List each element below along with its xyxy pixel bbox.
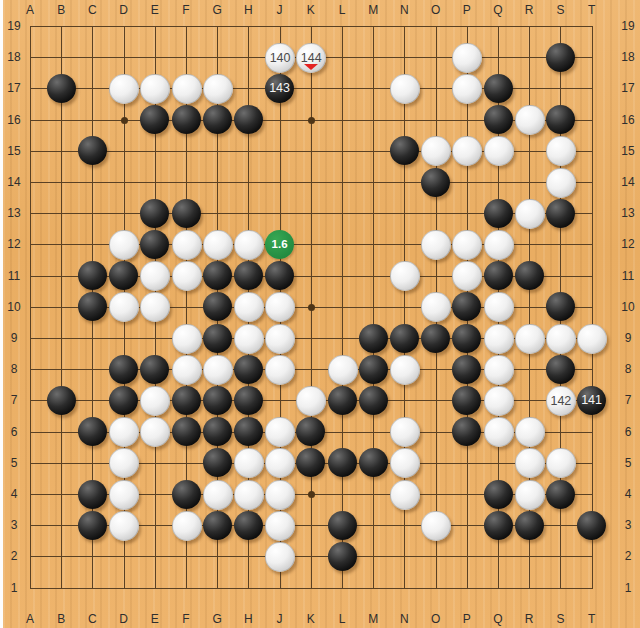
black-stone[interactable]	[484, 511, 513, 540]
white-stone[interactable]	[172, 355, 202, 385]
coordinate-label: 3	[11, 519, 18, 531]
black-stone[interactable]	[328, 386, 357, 415]
white-stone[interactable]	[265, 511, 295, 541]
black-stone[interactable]	[140, 199, 169, 228]
black-stone[interactable]	[452, 386, 481, 415]
white-stone[interactable]	[421, 292, 451, 322]
black-stone[interactable]	[546, 199, 575, 228]
coordinate-label: K	[307, 4, 315, 16]
white-stone[interactable]	[421, 136, 451, 166]
black-stone[interactable]	[296, 448, 325, 477]
black-stone[interactable]	[234, 355, 263, 384]
coordinate-label: 8	[625, 363, 632, 375]
grid-line	[592, 26, 593, 589]
move-number-label: 141	[581, 393, 602, 407]
black-stone[interactable]	[172, 386, 201, 415]
black-stone[interactable]: 143	[265, 74, 294, 103]
coordinate-label: G	[213, 4, 222, 16]
coordinate-label: P	[463, 613, 471, 625]
black-stone[interactable]	[234, 386, 263, 415]
coordinate-label: Q	[493, 4, 502, 16]
white-stone[interactable]	[203, 480, 233, 510]
star-point	[308, 491, 315, 498]
black-stone[interactable]	[203, 386, 232, 415]
black-stone[interactable]	[140, 230, 169, 259]
coordinate-label: 19	[7, 20, 20, 32]
black-stone[interactable]	[421, 168, 450, 197]
white-stone[interactable]	[390, 480, 420, 510]
black-stone[interactable]	[78, 261, 107, 290]
white-stone[interactable]	[421, 511, 451, 541]
black-stone[interactable]	[78, 511, 107, 540]
black-stone[interactable]	[359, 386, 388, 415]
white-stone[interactable]	[140, 261, 170, 291]
white-stone[interactable]	[203, 355, 233, 385]
white-stone[interactable]	[484, 386, 514, 416]
black-stone[interactable]	[140, 355, 169, 384]
white-stone[interactable]	[515, 324, 545, 354]
coordinate-label: 15	[7, 145, 20, 157]
coordinate-label: R	[525, 4, 534, 16]
black-stone[interactable]	[203, 292, 232, 321]
coordinate-label: 18	[7, 51, 20, 63]
white-stone[interactable]	[421, 230, 451, 260]
coordinate-label: 12	[7, 238, 20, 250]
black-stone[interactable]	[203, 511, 232, 540]
black-stone[interactable]	[546, 105, 575, 134]
white-stone[interactable]	[109, 448, 139, 478]
coordinate-label: J	[277, 4, 283, 16]
white-stone[interactable]	[484, 355, 514, 385]
black-stone[interactable]	[203, 261, 232, 290]
coordinate-label: O	[431, 4, 440, 16]
coordinate-label: M	[368, 4, 378, 16]
coordinate-label: 10	[621, 301, 634, 313]
black-stone[interactable]	[577, 511, 606, 540]
black-stone[interactable]	[359, 355, 388, 384]
black-stone[interactable]	[421, 324, 450, 353]
coordinate-label: N	[400, 613, 409, 625]
white-stone[interactable]	[109, 230, 139, 260]
black-stone[interactable]	[546, 292, 575, 321]
black-stone[interactable]	[484, 261, 513, 290]
black-stone[interactable]	[359, 448, 388, 477]
coordinate-label: 5	[11, 457, 18, 469]
black-stone[interactable]	[172, 417, 201, 446]
coordinate-label: 1	[11, 582, 18, 594]
coordinate-label: 16	[621, 114, 634, 126]
black-stone[interactable]	[515, 261, 544, 290]
white-stone[interactable]	[546, 168, 576, 198]
black-stone[interactable]	[172, 199, 201, 228]
black-stone[interactable]	[359, 324, 388, 353]
white-stone[interactable]	[172, 74, 202, 104]
coordinate-label: H	[244, 613, 253, 625]
coordinate-label: Q	[493, 613, 502, 625]
white-stone[interactable]	[109, 511, 139, 541]
black-stone[interactable]	[484, 480, 513, 509]
black-stone[interactable]	[546, 43, 575, 72]
white-stone[interactable]	[390, 417, 420, 447]
black-stone[interactable]	[78, 417, 107, 446]
coordinate-label: E	[151, 613, 159, 625]
grid-line	[61, 26, 62, 589]
coordinate-label: D	[119, 4, 128, 16]
coordinate-label: F	[182, 613, 189, 625]
black-stone[interactable]	[296, 417, 325, 446]
black-stone[interactable]	[452, 417, 481, 446]
white-stone[interactable]	[515, 199, 545, 229]
black-stone[interactable]	[203, 105, 232, 134]
black-stone[interactable]	[109, 355, 138, 384]
black-stone[interactable]	[172, 480, 201, 509]
white-stone[interactable]	[577, 324, 607, 354]
grid-line	[342, 26, 343, 589]
white-stone[interactable]	[515, 480, 545, 510]
coordinate-label: C	[88, 4, 97, 16]
coordinate-label: 4	[625, 488, 632, 500]
white-stone[interactable]	[484, 417, 514, 447]
white-stone[interactable]	[140, 74, 170, 104]
white-stone[interactable]: 144	[296, 43, 326, 73]
black-stone[interactable]	[140, 105, 169, 134]
white-stone[interactable]	[452, 74, 482, 104]
white-stone[interactable]	[234, 324, 264, 354]
coordinate-label: 3	[625, 519, 632, 531]
coordinate-label: 11	[8, 270, 20, 282]
coordinate-label: F	[182, 4, 189, 16]
coordinate-label: S	[556, 613, 564, 625]
coordinate-label: B	[57, 613, 65, 625]
eval-marker[interactable]: 1.6	[265, 230, 294, 259]
coordinate-label: L	[339, 4, 346, 16]
white-stone[interactable]	[328, 355, 358, 385]
white-stone[interactable]	[390, 355, 420, 385]
black-stone[interactable]	[203, 324, 232, 353]
white-stone[interactable]	[452, 43, 482, 73]
coordinate-label: 5	[625, 457, 632, 469]
coordinate-label: 6	[625, 426, 632, 438]
black-stone[interactable]	[234, 417, 263, 446]
white-stone[interactable]: 142	[546, 386, 576, 416]
coordinate-label: E	[151, 4, 159, 16]
white-stone[interactable]	[109, 480, 139, 510]
go-board-screenshot: AABBCCDDEEFFGGHHJJKKLLMMNNOOPPQQRRSSTT19…	[0, 0, 640, 628]
white-stone[interactable]	[452, 261, 482, 291]
black-stone[interactable]	[47, 386, 76, 415]
white-stone[interactable]	[515, 448, 545, 478]
move-number-label: 140	[270, 51, 291, 65]
star-point	[121, 117, 128, 124]
coordinate-label: 9	[625, 332, 632, 344]
black-stone[interactable]	[78, 136, 107, 165]
coordinate-label: 16	[7, 114, 20, 126]
white-stone[interactable]	[265, 480, 295, 510]
coordinate-label: N	[400, 4, 409, 16]
white-stone[interactable]	[265, 355, 295, 385]
black-stone[interactable]	[172, 105, 201, 134]
coordinate-label: 11	[622, 270, 634, 282]
white-stone[interactable]	[452, 230, 482, 260]
coordinate-label: 19	[621, 20, 634, 32]
white-stone[interactable]	[140, 386, 170, 416]
coordinate-label: 13	[7, 207, 20, 219]
white-stone[interactable]	[172, 230, 202, 260]
move-number-label: 143	[269, 81, 290, 95]
coordinate-label: A	[26, 613, 34, 625]
coordinate-label: 4	[11, 488, 18, 500]
white-stone[interactable]	[390, 74, 420, 104]
black-stone[interactable]	[328, 542, 357, 571]
white-stone[interactable]	[484, 292, 514, 322]
black-stone[interactable]	[109, 386, 138, 415]
black-stone[interactable]	[452, 355, 481, 384]
white-stone[interactable]	[265, 292, 295, 322]
star-point	[308, 117, 315, 124]
grid-line	[30, 26, 31, 589]
black-stone[interactable]	[515, 511, 544, 540]
coordinate-label: 2	[625, 550, 632, 562]
white-stone[interactable]	[484, 230, 514, 260]
white-stone[interactable]	[296, 386, 326, 416]
coordinate-label: 17	[621, 82, 634, 94]
white-stone[interactable]	[546, 136, 576, 166]
coordinate-label: 7	[625, 394, 632, 406]
black-stone[interactable]	[328, 448, 357, 477]
black-stone[interactable]	[234, 261, 263, 290]
coordinate-label: H	[244, 4, 253, 16]
white-stone[interactable]	[484, 324, 514, 354]
black-stone[interactable]	[78, 292, 107, 321]
white-stone[interactable]	[203, 230, 233, 260]
black-stone[interactable]	[546, 355, 575, 384]
coordinate-label: 14	[621, 176, 634, 188]
white-stone[interactable]	[109, 74, 139, 104]
coordinate-label: 1	[625, 582, 632, 594]
white-stone[interactable]	[234, 448, 264, 478]
coordinate-label: T	[588, 613, 595, 625]
coordinate-label: O	[431, 613, 440, 625]
white-stone[interactable]	[484, 136, 514, 166]
white-stone[interactable]	[140, 417, 170, 447]
coordinate-label: 6	[11, 426, 18, 438]
white-stone[interactable]	[452, 136, 482, 166]
black-stone[interactable]	[484, 74, 513, 103]
white-stone[interactable]	[140, 292, 170, 322]
white-stone[interactable]	[234, 292, 264, 322]
coordinate-label: 2	[11, 550, 18, 562]
coordinate-label: 17	[7, 82, 20, 94]
coordinate-label: 9	[11, 332, 18, 344]
white-stone[interactable]	[265, 542, 295, 572]
coordinate-label: 18	[621, 51, 634, 63]
white-stone[interactable]	[234, 480, 264, 510]
coordinate-label: 10	[7, 301, 20, 313]
black-stone[interactable]	[328, 511, 357, 540]
coordinate-label: 12	[621, 238, 634, 250]
white-stone[interactable]	[172, 511, 202, 541]
coordinate-label: G	[213, 613, 222, 625]
white-stone[interactable]	[234, 230, 264, 260]
coordinate-label: 15	[621, 145, 634, 157]
white-stone[interactable]	[203, 74, 233, 104]
white-stone[interactable]	[172, 324, 202, 354]
coordinate-label: J	[277, 613, 283, 625]
white-stone[interactable]	[265, 417, 295, 447]
coordinate-label: 8	[11, 363, 18, 375]
black-stone[interactable]	[47, 74, 76, 103]
white-stone[interactable]	[515, 105, 545, 135]
white-stone[interactable]	[546, 448, 576, 478]
black-stone[interactable]	[390, 136, 419, 165]
star-point	[308, 304, 315, 311]
grid-line	[373, 26, 374, 589]
white-stone[interactable]	[515, 417, 545, 447]
white-stone[interactable]	[390, 448, 420, 478]
eval-marker-label: 1.6	[272, 238, 288, 250]
black-stone[interactable]	[109, 261, 138, 290]
black-stone[interactable]	[484, 199, 513, 228]
white-stone[interactable]	[265, 324, 295, 354]
move-number-label: 142	[550, 394, 571, 408]
black-stone[interactable]	[390, 324, 419, 353]
black-stone[interactable]	[546, 480, 575, 509]
black-stone[interactable]	[484, 105, 513, 134]
coordinate-label: 14	[7, 176, 20, 188]
move-number-label: 144	[301, 51, 322, 65]
white-stone[interactable]	[546, 324, 576, 354]
black-stone[interactable]	[203, 448, 232, 477]
white-stone[interactable]	[172, 261, 202, 291]
coordinate-label: S	[556, 4, 564, 16]
coordinate-label: D	[119, 613, 128, 625]
go-board[interactable]: AABBCCDDEEFFGGHHJJKKLLMMNNOOPPQQRRSSTT19…	[3, 0, 640, 628]
black-stone[interactable]	[452, 324, 481, 353]
coordinate-label: 13	[621, 207, 634, 219]
coordinate-label: 7	[11, 394, 18, 406]
black-stone[interactable]	[452, 292, 481, 321]
white-stone[interactable]	[109, 292, 139, 322]
black-stone[interactable]	[265, 261, 294, 290]
coordinate-label: A	[26, 4, 34, 16]
coordinate-label: B	[57, 4, 65, 16]
coordinate-label: C	[88, 613, 97, 625]
coordinate-label: T	[588, 4, 595, 16]
white-stone[interactable]	[265, 448, 295, 478]
coordinate-label: K	[307, 613, 315, 625]
black-stone[interactable]	[234, 105, 263, 134]
white-stone[interactable]: 140	[265, 43, 295, 73]
black-stone[interactable]	[78, 480, 107, 509]
coordinate-label: M	[368, 613, 378, 625]
black-stone[interactable]	[203, 417, 232, 446]
coordinate-label: R	[525, 613, 534, 625]
white-stone[interactable]	[109, 417, 139, 447]
coordinate-label: L	[339, 613, 346, 625]
black-stone[interactable]: 141	[577, 386, 606, 415]
coordinate-label: P	[463, 4, 471, 16]
white-stone[interactable]	[390, 261, 420, 291]
black-stone[interactable]	[234, 511, 263, 540]
